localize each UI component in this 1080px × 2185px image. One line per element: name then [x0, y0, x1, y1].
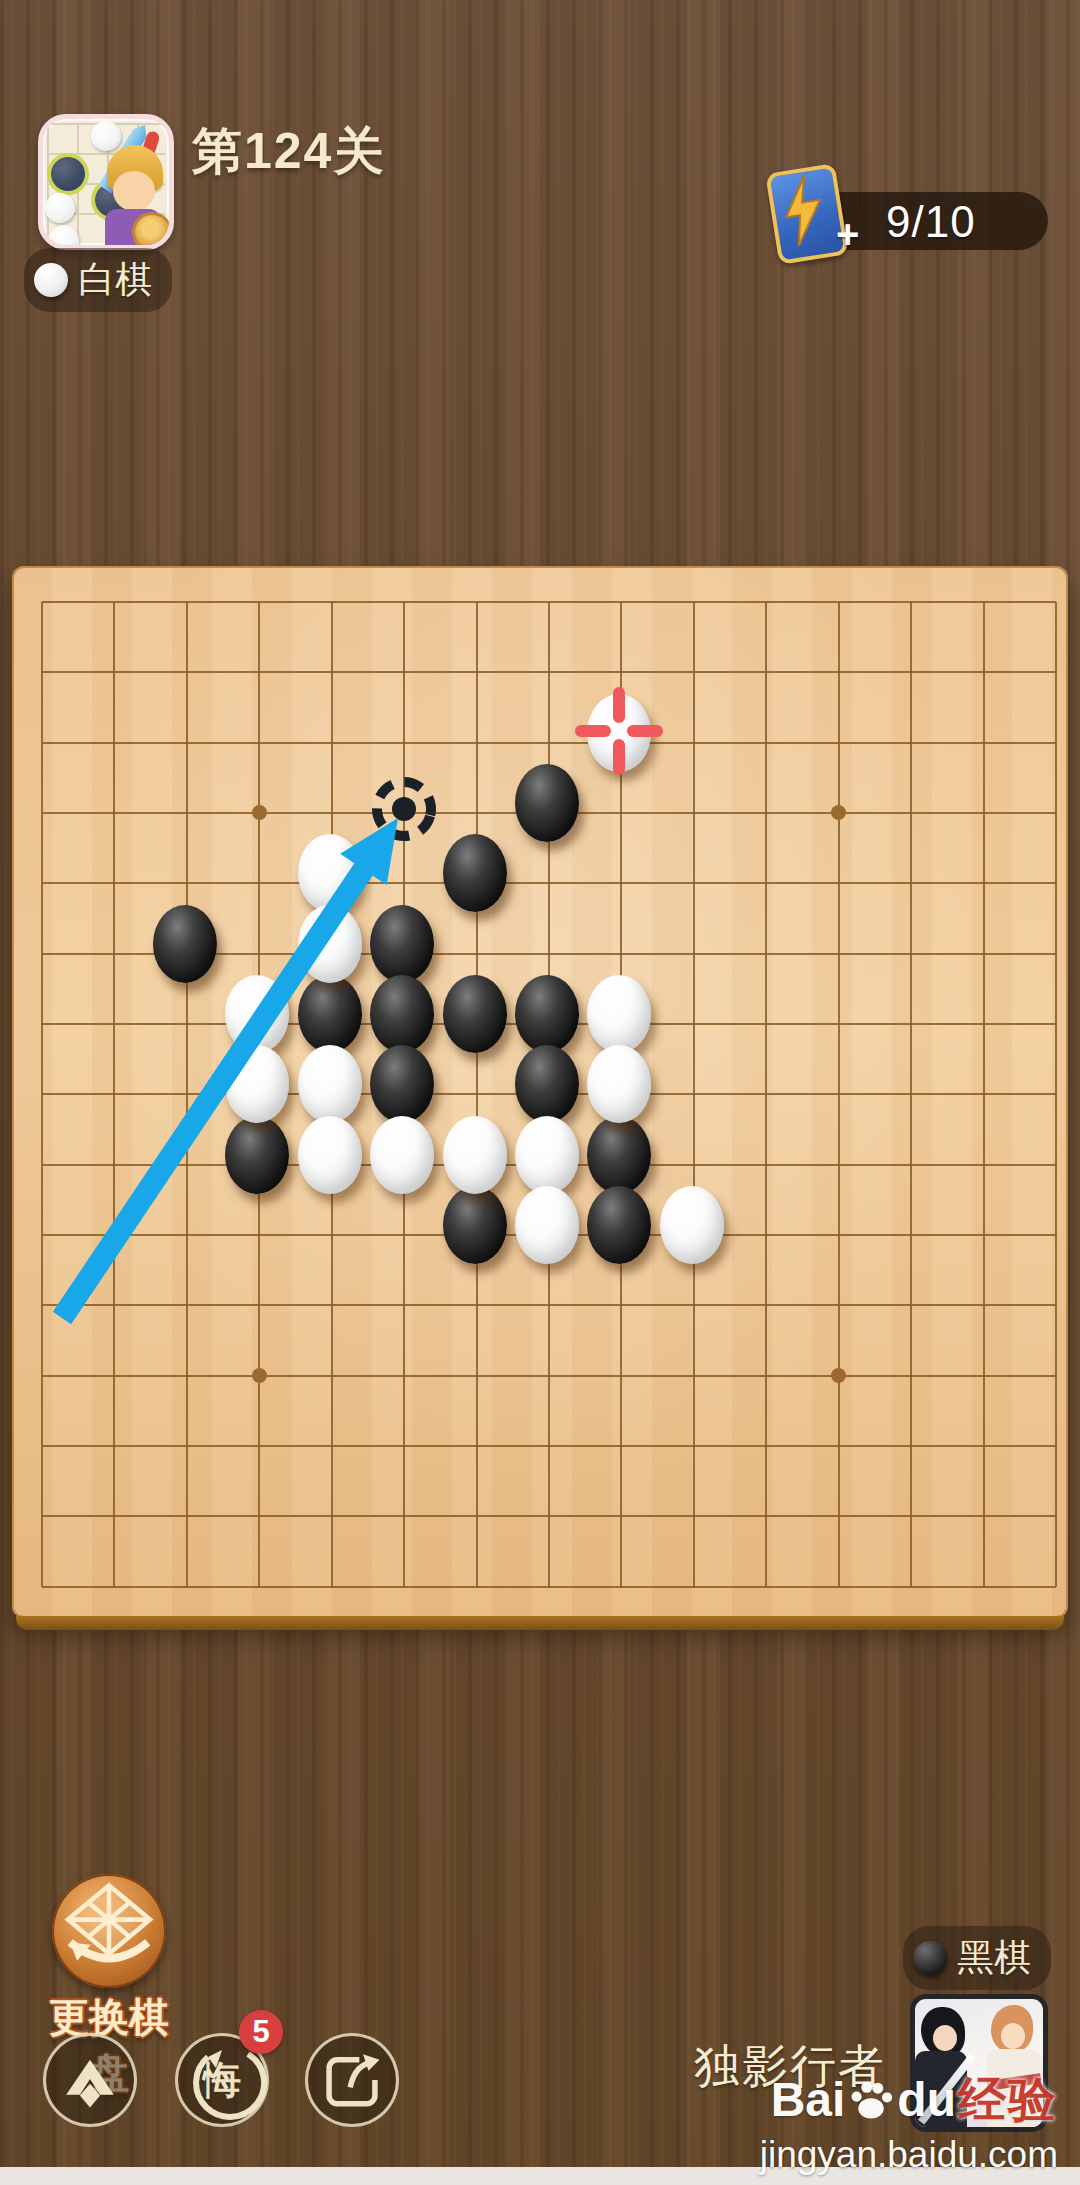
opponent-side-pill: 黑棋 [903, 1926, 1051, 1990]
watermark-bai: Bai [771, 2076, 846, 2124]
share-icon [308, 2032, 396, 2128]
avatar-art [1001, 2023, 1025, 2049]
hint-arrow [0, 0, 1080, 2185]
baidu-watermark: Baidu经验 jingyan.baidu.com [760, 2076, 1058, 2176]
watermark-du: du [897, 2076, 956, 2124]
board-layer [0, 0, 1080, 2185]
avatar-art [933, 2025, 957, 2051]
black-stone-icon [913, 1941, 947, 1975]
arrow-up-icon [46, 2032, 134, 2128]
change-board-icon [52, 1874, 166, 1988]
exit-up-button[interactable] [43, 2033, 137, 2127]
watermark-url: jingyan.baidu.com [760, 2134, 1058, 2176]
share-button[interactable] [305, 2033, 399, 2127]
watermark-suffix: 经验 [958, 2076, 1058, 2124]
undo-count-badge: 5 [239, 2010, 283, 2054]
baidu-paw-icon [849, 2078, 893, 2122]
opponent-side-label: 黑棋 [957, 1933, 1031, 1983]
